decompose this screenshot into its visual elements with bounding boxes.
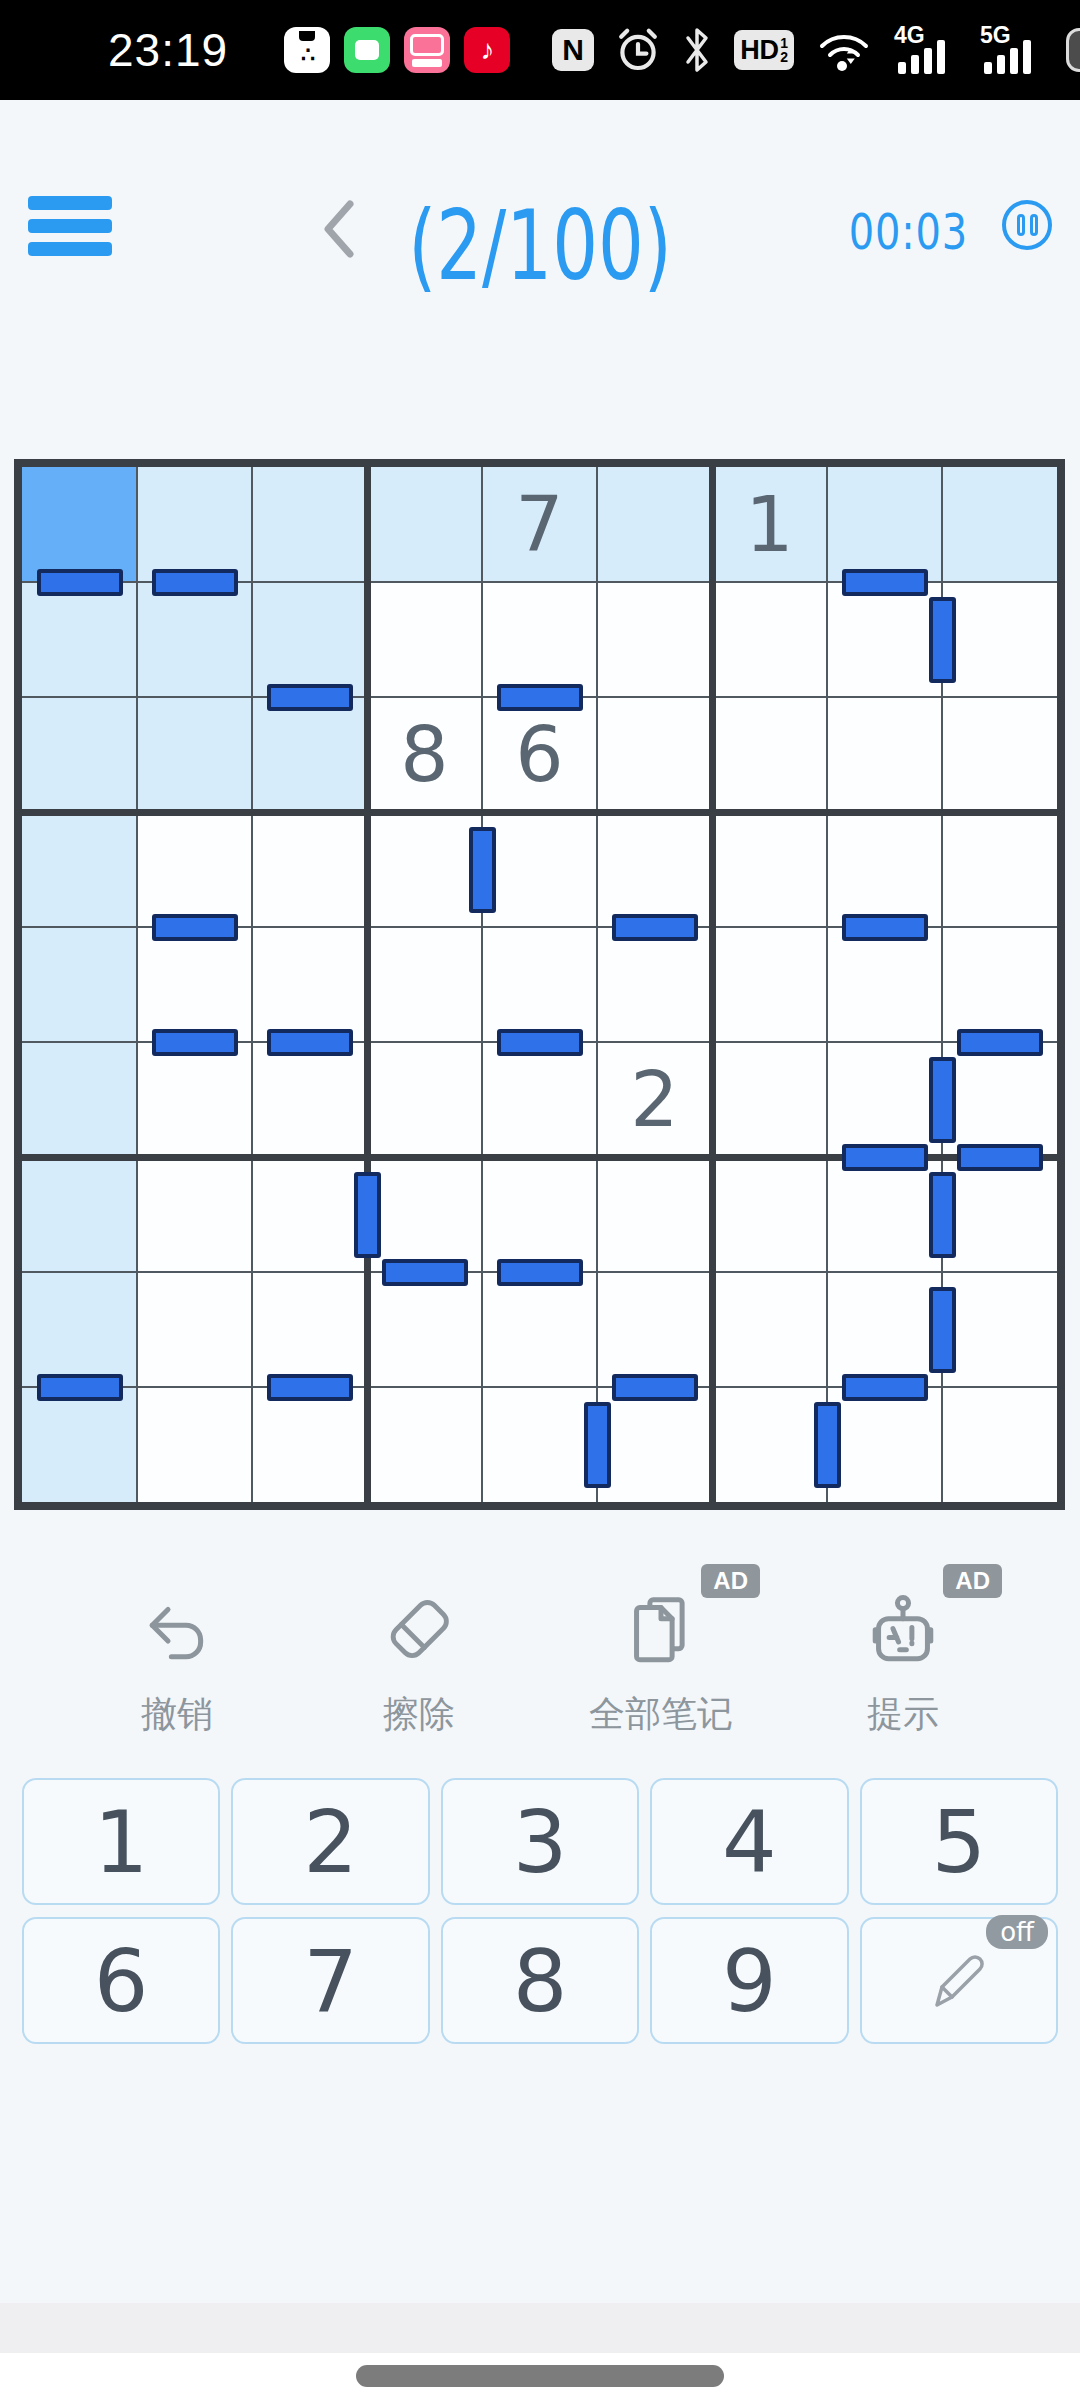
cell-r5c7[interactable]	[712, 927, 827, 1042]
grid-line-v	[136, 467, 138, 1502]
consecutive-bar-h-r8c1	[37, 1374, 123, 1401]
cell-r3c5[interactable]: 6	[482, 697, 597, 812]
alarm-icon	[616, 26, 660, 74]
cell-r3c9[interactable]	[942, 697, 1057, 812]
cell-r9c4[interactable]	[367, 1387, 482, 1502]
grid-line-v	[596, 467, 598, 1502]
pause-icon	[1017, 214, 1025, 236]
netease-music-icon: ♪	[464, 27, 510, 73]
consecutive-bar-h-r2c5	[497, 684, 583, 711]
cell-r4c9[interactable]	[942, 812, 1057, 927]
ai-robot-icon	[863, 1584, 943, 1680]
cell-r8c6[interactable]	[597, 1272, 712, 1387]
grid-line-h	[22, 809, 1057, 816]
cell-r7c8[interactable]	[827, 1157, 942, 1272]
cell-r7c1[interactable]	[22, 1157, 137, 1272]
cell-r7c6[interactable]	[597, 1157, 712, 1272]
cell-r5c8[interactable]	[827, 927, 942, 1042]
cell-r7c9[interactable]	[942, 1157, 1057, 1272]
status-icons: N HD 12 4G 5G 5	[552, 24, 1080, 76]
cell-r1c7[interactable]: 1	[712, 467, 827, 582]
cell-r6c5[interactable]	[482, 1042, 597, 1157]
consecutive-bar-h-r6c8	[842, 1144, 928, 1171]
cell-r8c3[interactable]	[252, 1272, 367, 1387]
cell-r7c7[interactable]	[712, 1157, 827, 1272]
consecutive-bar-h-r6c9	[957, 1144, 1043, 1171]
cell-r8c7[interactable]	[712, 1272, 827, 1387]
cell-r6c4[interactable]	[367, 1042, 482, 1157]
battery-icon: 55	[1066, 28, 1080, 72]
consecutive-bar-v-r7c3	[354, 1172, 381, 1258]
digit-button-4[interactable]: 4	[650, 1778, 848, 1905]
consecutive-bar-h-r1c8	[842, 569, 928, 596]
cell-r7c4[interactable]	[367, 1157, 482, 1272]
cell-r1c8[interactable]	[827, 467, 942, 582]
all-notes-button[interactable]: AD 全部笔记	[546, 1560, 776, 1750]
app-icon: ∴	[284, 27, 330, 73]
consecutive-bar-h-r5c3	[267, 1029, 353, 1056]
cell-r5c9[interactable]	[942, 927, 1057, 1042]
hd-voice-icon: HD 12	[734, 30, 794, 70]
grid-line-v	[251, 467, 253, 1502]
cell-r9c2[interactable]	[137, 1387, 252, 1502]
cell-r9c5[interactable]	[482, 1387, 597, 1502]
cell-r2c6[interactable]	[597, 582, 712, 697]
cell-r4c1[interactable]	[22, 812, 137, 927]
cell-r9c7[interactable]	[712, 1387, 827, 1502]
game-timer: 00:03	[849, 203, 968, 261]
consecutive-bar-v-r2c8	[929, 597, 956, 683]
cell-r4c6[interactable]	[597, 812, 712, 927]
bilibili-icon	[404, 27, 450, 73]
digit-button-1[interactable]: 1	[22, 1778, 220, 1905]
level-progress-title: (2/100)	[408, 190, 672, 302]
grid-line-v	[826, 467, 828, 1502]
cell-r1c4[interactable]	[367, 467, 482, 582]
nfc-icon: N	[552, 29, 594, 71]
clock: 23:19	[108, 23, 228, 77]
cell-r3c2[interactable]	[137, 697, 252, 812]
cell-r9c9[interactable]	[942, 1387, 1057, 1502]
cell-r2c1[interactable]	[22, 582, 137, 697]
cell-r8c5[interactable]	[482, 1272, 597, 1387]
cell-r6c7[interactable]	[712, 1042, 827, 1157]
cell-r5c2[interactable]	[137, 927, 252, 1042]
cell-r4c3[interactable]	[252, 812, 367, 927]
signal-4g-icon: 4G	[894, 24, 958, 76]
cell-r9c3[interactable]	[252, 1387, 367, 1502]
cell-r3c1[interactable]	[22, 697, 137, 812]
cell-r9c1[interactable]	[22, 1387, 137, 1502]
bluetooth-icon	[682, 24, 712, 76]
number-pad: 1 2 3 4 5 6 7 8 9 off	[22, 1778, 1058, 2044]
consecutive-bar-h-r5c2	[152, 1029, 238, 1056]
cell-r3c3[interactable]	[252, 697, 367, 812]
cell-r4c8[interactable]	[827, 812, 942, 927]
cell-r5c1[interactable]	[22, 927, 137, 1042]
cell-r3c4[interactable]: 8	[367, 697, 482, 812]
cell-r8c2[interactable]	[137, 1272, 252, 1387]
cell-r6c6[interactable]: 2	[597, 1042, 712, 1157]
cell-r2c4[interactable]	[367, 582, 482, 697]
ad-badge: AD	[701, 1564, 760, 1598]
status-bar: 23:19 ∴ ♪ N HD 12 4G	[0, 0, 1080, 100]
consecutive-bar-v-r9c7	[814, 1402, 841, 1488]
consecutive-bar-h-r8c3	[267, 1374, 353, 1401]
consecutive-bar-h-r7c4	[382, 1259, 468, 1286]
consecutive-bar-h-r8c6	[612, 1374, 698, 1401]
cell-r8c9[interactable]	[942, 1272, 1057, 1387]
cell-r1c2[interactable]	[137, 467, 252, 582]
cell-r1c1[interactable]	[22, 467, 137, 582]
cell-r7c3[interactable]	[252, 1157, 367, 1272]
cell-r5c3[interactable]	[252, 927, 367, 1042]
cell-r9c8[interactable]	[827, 1387, 942, 1502]
consecutive-bar-v-r9c5	[584, 1402, 611, 1488]
eraser-icon	[380, 1584, 458, 1680]
cell-r4c2[interactable]	[137, 812, 252, 927]
notes-icon	[621, 1584, 701, 1680]
ad-badge: AD	[943, 1564, 1002, 1598]
cell-r3c7[interactable]	[712, 697, 827, 812]
cell-r2c9[interactable]	[942, 582, 1057, 697]
digit-button-9[interactable]: 9	[650, 1917, 848, 2044]
cell-r3c8[interactable]	[827, 697, 942, 812]
consecutive-bar-h-r2c3	[267, 684, 353, 711]
cell-r8c1[interactable]	[22, 1272, 137, 1387]
gesture-navigation-bar	[0, 2353, 1080, 2400]
cell-r6c3[interactable]	[252, 1042, 367, 1157]
erase-button[interactable]: 擦除	[304, 1560, 534, 1750]
pencil-icon	[923, 1945, 995, 2017]
consecutive-bar-v-r6c8	[929, 1057, 956, 1143]
cell-r4c7[interactable]	[712, 812, 827, 927]
digit-button-3[interactable]: 3	[441, 1778, 639, 1905]
cell-r6c2[interactable]	[137, 1042, 252, 1157]
cell-r1c9[interactable]	[942, 467, 1057, 582]
consecutive-bar-v-r7c8	[929, 1172, 956, 1258]
consecutive-bar-h-r5c9	[957, 1029, 1043, 1056]
digit-button-5[interactable]: 5	[860, 1778, 1058, 1905]
grid-line-v	[709, 467, 716, 1502]
toolbar: 撤销 擦除 AD 全部笔记 AD	[0, 1560, 1080, 1750]
consecutive-bar-h-r5c5	[497, 1029, 583, 1056]
consecutive-bar-h-r1c1	[37, 569, 123, 596]
chat-app-icon	[344, 27, 390, 73]
home-indicator[interactable]	[356, 2365, 724, 2387]
cell-r4c5[interactable]	[482, 812, 597, 927]
consecutive-bar-h-r7c5	[497, 1259, 583, 1286]
signal-5g-icon: 5G	[980, 24, 1044, 76]
menu-button[interactable]	[28, 196, 112, 256]
cell-r7c5[interactable]	[482, 1157, 597, 1272]
digit-button-2[interactable]: 2	[231, 1778, 429, 1905]
sudoku-board[interactable]: 71862	[14, 459, 1065, 1510]
pause-icon	[1030, 214, 1038, 236]
digit-button-6[interactable]: 6	[22, 1917, 220, 2044]
consecutive-bar-h-r8c8	[842, 1374, 928, 1401]
cell-r2c5[interactable]	[482, 582, 597, 697]
grid-line-v	[364, 467, 371, 1502]
undo-icon	[141, 1584, 213, 1680]
cell-r5c6[interactable]	[597, 927, 712, 1042]
cell-r2c3[interactable]	[252, 582, 367, 697]
cell-r3c6[interactable]	[597, 697, 712, 812]
consecutive-bar-h-r4c8	[842, 914, 928, 941]
cell-r1c6[interactable]	[597, 467, 712, 582]
hint-button[interactable]: AD 提示	[788, 1560, 1018, 1750]
cell-r9c6[interactable]	[597, 1387, 712, 1502]
pause-button[interactable]	[1002, 200, 1052, 250]
cell-r2c8[interactable]	[827, 582, 942, 697]
cell-r4c4[interactable]	[367, 812, 482, 927]
cell-r2c7[interactable]	[712, 582, 827, 697]
cell-r8c4[interactable]	[367, 1272, 482, 1387]
back-button[interactable]	[318, 198, 358, 260]
cell-r6c9[interactable]	[942, 1042, 1057, 1157]
consecutive-bar-h-r4c2	[152, 914, 238, 941]
cell-r1c5[interactable]: 7	[482, 467, 597, 582]
cell-r1c3[interactable]	[252, 467, 367, 582]
pencil-mode-button[interactable]: off	[860, 1917, 1058, 2044]
cell-r6c8[interactable]	[827, 1042, 942, 1157]
cell-r6c1[interactable]	[22, 1042, 137, 1157]
cell-r5c4[interactable]	[367, 927, 482, 1042]
cell-r8c8[interactable]	[827, 1272, 942, 1387]
undo-button[interactable]: 撤销	[62, 1560, 292, 1750]
cell-r2c2[interactable]	[137, 582, 252, 697]
cell-r5c5[interactable]	[482, 927, 597, 1042]
notification-icons: ∴ ♪	[284, 27, 510, 73]
consecutive-bar-h-r4c6	[612, 914, 698, 941]
consecutive-bar-h-r1c2	[152, 569, 238, 596]
consecutive-bar-v-r4c4	[469, 827, 496, 913]
wifi-icon	[816, 26, 872, 74]
cell-r7c2[interactable]	[137, 1157, 252, 1272]
ad-banner-placeholder	[0, 2303, 1080, 2353]
digit-button-8[interactable]: 8	[441, 1917, 639, 2044]
consecutive-bar-v-r8c8	[929, 1287, 956, 1373]
digit-button-7[interactable]: 7	[231, 1917, 429, 2044]
grid-line-v	[481, 467, 483, 1502]
pencil-off-badge: off	[986, 1915, 1048, 1949]
